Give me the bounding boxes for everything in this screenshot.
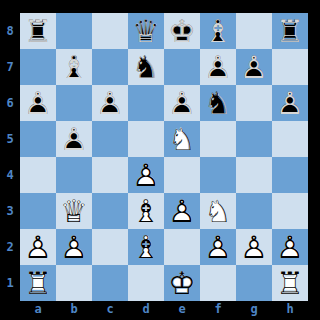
piece-outline: ♘ <box>128 49 164 85</box>
square-c1[interactable] <box>92 265 128 301</box>
square-a8[interactable]: ♜♖ <box>20 13 56 49</box>
square-d6[interactable] <box>128 85 164 121</box>
square-c7[interactable] <box>92 49 128 85</box>
square-c6[interactable]: ♟♙ <box>92 85 128 121</box>
file-label-f: f <box>200 301 236 320</box>
white-pawn[interactable]: ♟♙ <box>272 229 308 265</box>
square-b6[interactable] <box>56 85 92 121</box>
piece-outline: ♖ <box>20 265 56 301</box>
white-bishop[interactable]: ♝♗ <box>128 193 164 229</box>
square-g3[interactable] <box>236 193 272 229</box>
square-d8[interactable]: ♛♕ <box>128 13 164 49</box>
square-f7[interactable]: ♟♙ <box>200 49 236 85</box>
square-b1[interactable] <box>56 265 92 301</box>
square-e8[interactable]: ♚♔ <box>164 13 200 49</box>
black-rook[interactable]: ♜♖ <box>272 13 308 49</box>
square-f3[interactable]: ♞♘ <box>200 193 236 229</box>
black-pawn[interactable]: ♟♙ <box>164 85 200 121</box>
piece-outline: ♙ <box>200 229 236 265</box>
square-a5[interactable] <box>20 121 56 157</box>
square-a1[interactable]: ♜♖ <box>20 265 56 301</box>
square-h8[interactable]: ♜♖ <box>272 13 308 49</box>
piece-outline: ♙ <box>272 229 308 265</box>
piece-outline: ♙ <box>56 229 92 265</box>
white-pawn[interactable]: ♟♙ <box>20 229 56 265</box>
black-knight[interactable]: ♞♘ <box>128 49 164 85</box>
square-d4[interactable]: ♟♙ <box>128 157 164 193</box>
square-a6[interactable]: ♟♙ <box>20 85 56 121</box>
square-g5[interactable] <box>236 121 272 157</box>
square-h5[interactable] <box>272 121 308 157</box>
file-label-a: a <box>20 301 56 320</box>
square-f4[interactable] <box>200 157 236 193</box>
rank-labels: 87654321 <box>0 13 20 301</box>
square-c8[interactable] <box>92 13 128 49</box>
white-pawn[interactable]: ♟♙ <box>56 229 92 265</box>
square-c2[interactable] <box>92 229 128 265</box>
black-pawn[interactable]: ♟♙ <box>200 49 236 85</box>
square-g1[interactable] <box>236 265 272 301</box>
white-bishop[interactable]: ♝♗ <box>128 229 164 265</box>
file-label-b: b <box>56 301 92 320</box>
black-bishop[interactable]: ♝♗ <box>56 49 92 85</box>
piece-outline: ♕ <box>56 193 92 229</box>
square-a7[interactable] <box>20 49 56 85</box>
piece-outline: ♔ <box>164 13 200 49</box>
white-pawn[interactable]: ♟♙ <box>128 157 164 193</box>
square-f6[interactable]: ♞♘ <box>200 85 236 121</box>
black-king[interactable]: ♚♔ <box>164 13 200 49</box>
white-king[interactable]: ♚♔ <box>164 265 200 301</box>
square-h7[interactable] <box>272 49 308 85</box>
black-pawn[interactable]: ♟♙ <box>56 121 92 157</box>
piece-outline: ♘ <box>200 85 236 121</box>
square-d1[interactable] <box>128 265 164 301</box>
piece-outline: ♙ <box>272 85 308 121</box>
piece-outline: ♙ <box>236 229 272 265</box>
black-pawn[interactable]: ♟♙ <box>272 85 308 121</box>
piece-outline: ♙ <box>164 193 200 229</box>
piece-outline: ♗ <box>128 193 164 229</box>
square-e3[interactable]: ♟♙ <box>164 193 200 229</box>
rank-label-6: 6 <box>0 85 20 121</box>
piece-outline: ♙ <box>92 85 128 121</box>
black-pawn[interactable]: ♟♙ <box>92 85 128 121</box>
square-b7[interactable]: ♝♗ <box>56 49 92 85</box>
rank-label-8: 8 <box>0 13 20 49</box>
rank-label-4: 4 <box>0 157 20 193</box>
square-a2[interactable]: ♟♙ <box>20 229 56 265</box>
white-pawn[interactable]: ♟♙ <box>200 229 236 265</box>
piece-outline: ♙ <box>20 85 56 121</box>
square-e2[interactable] <box>164 229 200 265</box>
square-h2[interactable]: ♟♙ <box>272 229 308 265</box>
piece-outline: ♙ <box>200 49 236 85</box>
white-knight[interactable]: ♞♘ <box>200 193 236 229</box>
file-label-c: c <box>92 301 128 320</box>
square-c5[interactable] <box>92 121 128 157</box>
square-e5[interactable]: ♞♘ <box>164 121 200 157</box>
piece-outline: ♗ <box>56 49 92 85</box>
black-knight[interactable]: ♞♘ <box>200 85 236 121</box>
file-label-g: g <box>236 301 272 320</box>
white-pawn[interactable]: ♟♙ <box>236 229 272 265</box>
rank-label-1: 1 <box>0 265 20 301</box>
piece-outline: ♔ <box>164 265 200 301</box>
piece-outline: ♙ <box>128 157 164 193</box>
piece-outline: ♙ <box>20 229 56 265</box>
white-rook[interactable]: ♜♖ <box>20 265 56 301</box>
white-knight[interactable]: ♞♘ <box>164 121 200 157</box>
piece-outline: ♙ <box>56 121 92 157</box>
rank-label-2: 2 <box>0 229 20 265</box>
square-h4[interactable] <box>272 157 308 193</box>
black-rook[interactable]: ♜♖ <box>20 13 56 49</box>
chess-board-frame: 87654321 ♜♖♛♕♚♔♝♗♜♖♝♗♞♘♟♙♟♙♟♙♟♙♟♙♞♘♟♙♟♙♞… <box>0 0 320 320</box>
square-b5[interactable]: ♟♙ <box>56 121 92 157</box>
square-a3[interactable] <box>20 193 56 229</box>
square-d3[interactable]: ♝♗ <box>128 193 164 229</box>
file-labels: abcdefgh <box>20 301 308 320</box>
file-label-h: h <box>272 301 308 320</box>
piece-outline: ♖ <box>272 13 308 49</box>
piece-outline: ♘ <box>164 121 200 157</box>
square-d2[interactable]: ♝♗ <box>128 229 164 265</box>
black-pawn[interactable]: ♟♙ <box>236 49 272 85</box>
square-c3[interactable] <box>92 193 128 229</box>
piece-outline: ♖ <box>20 13 56 49</box>
rank-label-3: 3 <box>0 193 20 229</box>
square-g2[interactable]: ♟♙ <box>236 229 272 265</box>
square-e6[interactable]: ♟♙ <box>164 85 200 121</box>
square-g6[interactable] <box>236 85 272 121</box>
square-h3[interactable] <box>272 193 308 229</box>
piece-outline: ♖ <box>272 265 308 301</box>
piece-outline: ♗ <box>200 13 236 49</box>
square-g8[interactable] <box>236 13 272 49</box>
piece-outline: ♗ <box>128 229 164 265</box>
square-e7[interactable] <box>164 49 200 85</box>
chess-board: ♜♖♛♕♚♔♝♗♜♖♝♗♞♘♟♙♟♙♟♙♟♙♟♙♞♘♟♙♟♙♞♘♟♙♛♕♝♗♟♙… <box>20 13 308 301</box>
square-c4[interactable] <box>92 157 128 193</box>
rank-label-5: 5 <box>0 121 20 157</box>
square-f5[interactable] <box>200 121 236 157</box>
piece-outline: ♙ <box>164 85 200 121</box>
white-queen[interactable]: ♛♕ <box>56 193 92 229</box>
black-pawn[interactable]: ♟♙ <box>20 85 56 121</box>
square-b2[interactable]: ♟♙ <box>56 229 92 265</box>
square-f2[interactable]: ♟♙ <box>200 229 236 265</box>
square-g7[interactable]: ♟♙ <box>236 49 272 85</box>
square-e1[interactable]: ♚♔ <box>164 265 200 301</box>
square-d5[interactable] <box>128 121 164 157</box>
square-e4[interactable] <box>164 157 200 193</box>
square-h1[interactable]: ♜♖ <box>272 265 308 301</box>
square-b8[interactable] <box>56 13 92 49</box>
square-f1[interactable] <box>200 265 236 301</box>
square-b3[interactable]: ♛♕ <box>56 193 92 229</box>
square-b4[interactable] <box>56 157 92 193</box>
file-label-d: d <box>128 301 164 320</box>
square-d7[interactable]: ♞♘ <box>128 49 164 85</box>
square-h6[interactable]: ♟♙ <box>272 85 308 121</box>
piece-outline: ♙ <box>236 49 272 85</box>
piece-outline: ♕ <box>128 13 164 49</box>
rank-label-7: 7 <box>0 49 20 85</box>
square-a4[interactable] <box>20 157 56 193</box>
black-queen[interactable]: ♛♕ <box>128 13 164 49</box>
square-f8[interactable]: ♝♗ <box>200 13 236 49</box>
black-bishop[interactable]: ♝♗ <box>200 13 236 49</box>
file-label-e: e <box>164 301 200 320</box>
square-g4[interactable] <box>236 157 272 193</box>
white-rook[interactable]: ♜♖ <box>272 265 308 301</box>
white-pawn[interactable]: ♟♙ <box>164 193 200 229</box>
piece-outline: ♘ <box>200 193 236 229</box>
